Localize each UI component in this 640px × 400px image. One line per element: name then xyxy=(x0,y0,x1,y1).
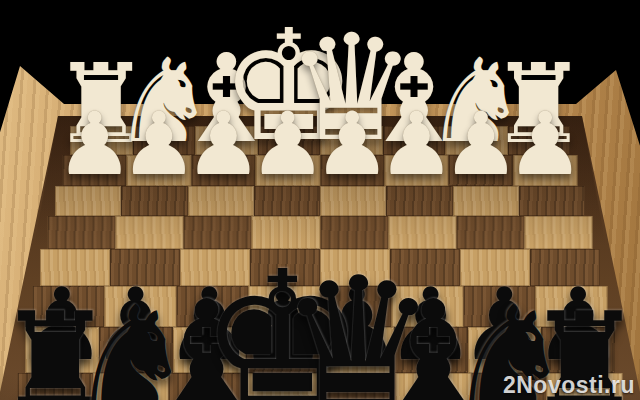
chess-photo-scene: ♜♞♝♚♛♝♞♜♟♟♟♟♟♟♟♟♟♟♟♟♟♟♟♟♜♞♝♚♛♝♞♜ 2Novost… xyxy=(0,0,640,400)
watermark: 2Novosti.ru xyxy=(503,372,635,399)
pieces-layer: ♜♞♝♚♛♝♞♜♟♟♟♟♟♟♟♟♟♟♟♟♟♟♟♟♜♞♝♚♛♝♞♜ xyxy=(0,0,640,400)
piece-white-pawn-a2: ♟ xyxy=(506,101,584,188)
